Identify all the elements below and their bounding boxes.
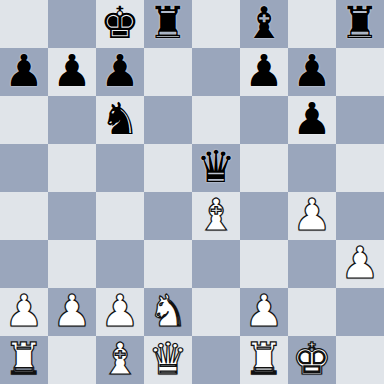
square-b8[interactable] xyxy=(48,0,96,48)
black-pawn: ♟ xyxy=(292,95,331,143)
square-e6[interactable] xyxy=(192,96,240,144)
square-d7[interactable] xyxy=(144,48,192,96)
square-a1[interactable]: ♜ xyxy=(0,336,48,384)
square-g6[interactable]: ♟ xyxy=(288,96,336,144)
square-e7[interactable] xyxy=(192,48,240,96)
black-bishop: ♝ xyxy=(244,0,283,47)
square-h4[interactable] xyxy=(336,192,384,240)
square-a8[interactable] xyxy=(0,0,48,48)
square-h6[interactable] xyxy=(336,96,384,144)
square-f3[interactable] xyxy=(240,240,288,288)
square-b4[interactable] xyxy=(48,192,96,240)
white-pawn: ♟ xyxy=(340,239,379,287)
square-b2[interactable]: ♟ xyxy=(48,288,96,336)
square-d5[interactable] xyxy=(144,144,192,192)
square-a6[interactable] xyxy=(0,96,48,144)
black-pawn: ♟ xyxy=(292,47,331,95)
square-g5[interactable] xyxy=(288,144,336,192)
square-c7[interactable]: ♟ xyxy=(96,48,144,96)
white-queen: ♛ xyxy=(148,335,187,383)
square-d8[interactable]: ♜ xyxy=(144,0,192,48)
square-h1[interactable] xyxy=(336,336,384,384)
square-c1[interactable]: ♝ xyxy=(96,336,144,384)
black-pawn: ♟ xyxy=(100,47,139,95)
black-knight: ♞ xyxy=(100,95,139,143)
square-c8[interactable]: ♚ xyxy=(96,0,144,48)
white-pawn: ♟ xyxy=(292,191,331,239)
white-bishop: ♝ xyxy=(196,191,235,239)
white-pawn: ♟ xyxy=(52,287,91,335)
chess-board: ♚♜♝♜♟♟♟♟♟♞♟♛♝♟♟♟♟♟♞♟♜♝♛♜♚ xyxy=(0,0,384,384)
square-e8[interactable] xyxy=(192,0,240,48)
square-c2[interactable]: ♟ xyxy=(96,288,144,336)
square-g8[interactable] xyxy=(288,0,336,48)
square-a4[interactable] xyxy=(0,192,48,240)
square-g7[interactable]: ♟ xyxy=(288,48,336,96)
square-e4[interactable]: ♝ xyxy=(192,192,240,240)
white-knight: ♞ xyxy=(148,287,187,335)
black-rook: ♜ xyxy=(148,0,187,47)
black-pawn: ♟ xyxy=(4,47,43,95)
white-king: ♚ xyxy=(292,335,331,383)
square-g3[interactable] xyxy=(288,240,336,288)
square-b5[interactable] xyxy=(48,144,96,192)
square-a3[interactable] xyxy=(0,240,48,288)
square-h5[interactable] xyxy=(336,144,384,192)
square-c6[interactable]: ♞ xyxy=(96,96,144,144)
white-pawn: ♟ xyxy=(4,287,43,335)
square-f7[interactable]: ♟ xyxy=(240,48,288,96)
square-e1[interactable] xyxy=(192,336,240,384)
square-a2[interactable]: ♟ xyxy=(0,288,48,336)
square-f8[interactable]: ♝ xyxy=(240,0,288,48)
square-f5[interactable] xyxy=(240,144,288,192)
square-e5[interactable]: ♛ xyxy=(192,144,240,192)
white-rook: ♜ xyxy=(244,335,283,383)
square-c3[interactable] xyxy=(96,240,144,288)
square-f6[interactable] xyxy=(240,96,288,144)
square-d1[interactable]: ♛ xyxy=(144,336,192,384)
square-d3[interactable] xyxy=(144,240,192,288)
black-queen: ♛ xyxy=(196,143,235,191)
square-d4[interactable] xyxy=(144,192,192,240)
black-pawn: ♟ xyxy=(244,47,283,95)
square-d6[interactable] xyxy=(144,96,192,144)
square-f4[interactable] xyxy=(240,192,288,240)
square-h7[interactable] xyxy=(336,48,384,96)
square-d2[interactable]: ♞ xyxy=(144,288,192,336)
white-bishop: ♝ xyxy=(100,335,139,383)
square-b6[interactable] xyxy=(48,96,96,144)
white-rook: ♜ xyxy=(4,335,43,383)
black-rook: ♜ xyxy=(340,0,379,47)
square-e2[interactable] xyxy=(192,288,240,336)
white-pawn: ♟ xyxy=(100,287,139,335)
square-g1[interactable]: ♚ xyxy=(288,336,336,384)
square-g2[interactable] xyxy=(288,288,336,336)
square-c5[interactable] xyxy=(96,144,144,192)
square-f1[interactable]: ♜ xyxy=(240,336,288,384)
square-b7[interactable]: ♟ xyxy=(48,48,96,96)
square-f2[interactable]: ♟ xyxy=(240,288,288,336)
square-b3[interactable] xyxy=(48,240,96,288)
white-pawn: ♟ xyxy=(244,287,283,335)
square-h3[interactable]: ♟ xyxy=(336,240,384,288)
black-king: ♚ xyxy=(100,0,139,47)
square-a5[interactable] xyxy=(0,144,48,192)
square-h8[interactable]: ♜ xyxy=(336,0,384,48)
chess-board-wrap: ♚♜♝♜♟♟♟♟♟♞♟♛♝♟♟♟♟♟♞♟♜♝♛♜♚ xyxy=(0,0,384,384)
square-a7[interactable]: ♟ xyxy=(0,48,48,96)
black-pawn: ♟ xyxy=(52,47,91,95)
square-h2[interactable] xyxy=(336,288,384,336)
square-g4[interactable]: ♟ xyxy=(288,192,336,240)
square-e3[interactable] xyxy=(192,240,240,288)
square-b1[interactable] xyxy=(48,336,96,384)
square-c4[interactable] xyxy=(96,192,144,240)
